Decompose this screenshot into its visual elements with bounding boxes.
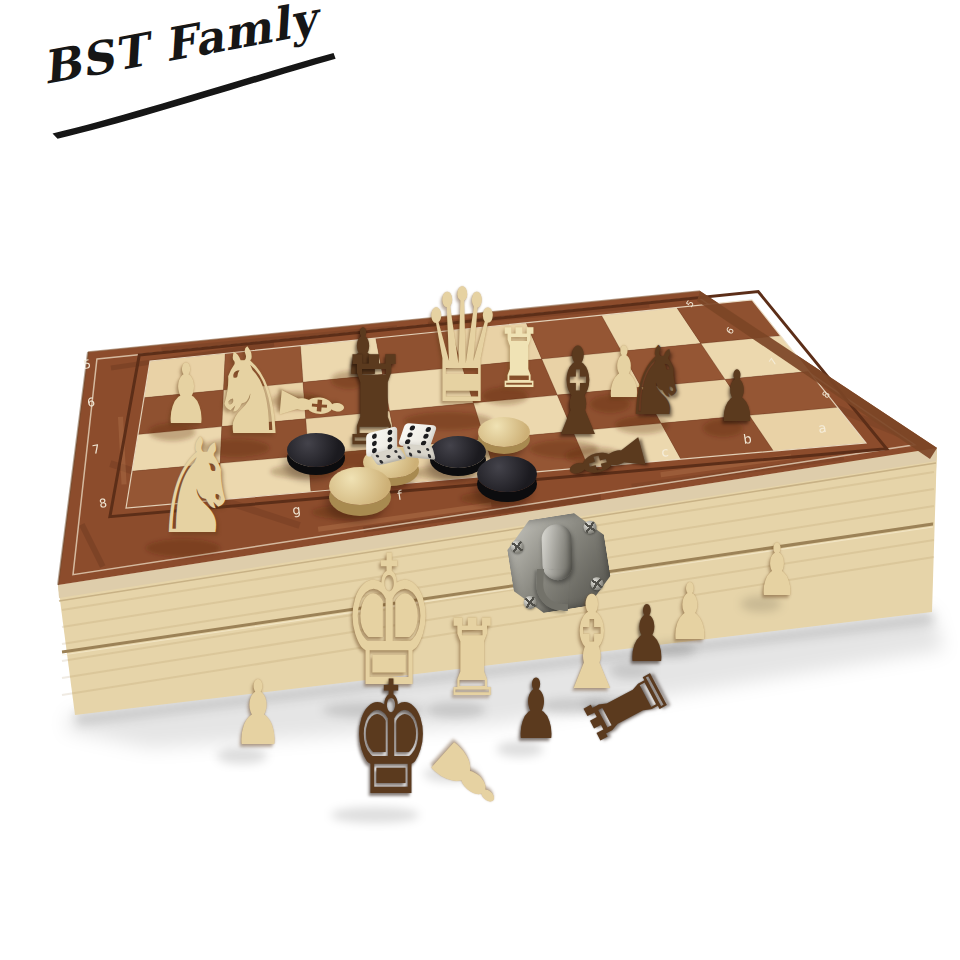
die	[400, 423, 435, 460]
checker-black	[477, 456, 537, 492]
die-pip	[374, 454, 379, 458]
die-pip	[408, 452, 412, 456]
die-pip	[371, 433, 376, 439]
checker-cream	[329, 467, 391, 505]
piece-light-queen: ♛	[421, 268, 503, 425]
checker-black	[287, 433, 345, 467]
pieces-layer: ♟♞♞♝♟♜♛♜♝♟♞♟♝♟♚♚♜♟♟♝♜♟♟♟	[0, 0, 960, 960]
die-pip	[393, 449, 398, 453]
die-pip	[371, 440, 376, 446]
piece-light-rook: ♜	[443, 606, 502, 712]
die-pip	[426, 447, 430, 451]
die-pip	[387, 437, 392, 443]
die-pip	[387, 429, 392, 435]
piece-dark-pawn: ♟	[717, 361, 756, 432]
die-pip	[406, 446, 410, 450]
die-pip	[378, 460, 383, 464]
die-pip	[406, 432, 413, 437]
die-pip	[425, 426, 432, 431]
piece-dark-knight: ♞	[624, 334, 688, 429]
checker-black	[430, 436, 486, 468]
piece-cream-rook: ♜	[496, 318, 542, 400]
die-pip	[409, 425, 416, 430]
piece-light-knight: ♞	[153, 421, 241, 552]
product-photo-scene: 56785678gfcba BST Famly ® ♟♞♞♝♟♜♛♜♝♟♞♟♝♟…	[0, 0, 960, 960]
piece-dark-pawn: ♟	[513, 668, 559, 751]
piece-light-pawn: ♟	[668, 573, 711, 651]
die-pip	[427, 454, 431, 458]
die-pip	[422, 434, 429, 439]
piece-light-bishop: ♝	[557, 579, 626, 708]
die-pip	[386, 454, 391, 458]
piece-dark-king: ♚	[350, 660, 432, 817]
piece-light-pawn: ♟	[757, 534, 797, 606]
checker-cream	[478, 417, 530, 447]
piece-light-pawn: ♟	[233, 669, 282, 758]
die-pip	[417, 450, 421, 454]
